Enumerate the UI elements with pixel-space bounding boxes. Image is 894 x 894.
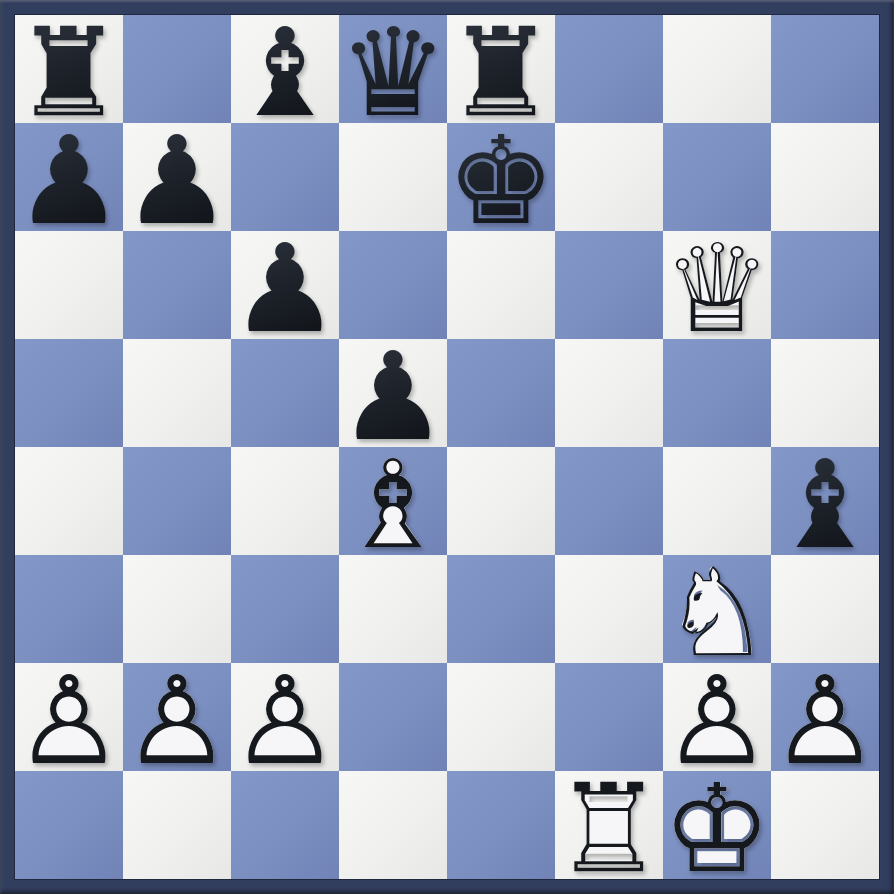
square-b2[interactable]: ♟♙ [123,663,231,771]
square-a8[interactable]: ♜ [15,15,123,123]
square-e3[interactable] [447,555,555,663]
square-c3[interactable] [231,555,339,663]
square-h3[interactable] [771,555,879,663]
square-c8[interactable]: ♝ [231,15,339,123]
square-e4[interactable] [447,447,555,555]
piece-outline-glyph: ♙ [771,667,879,775]
square-h5[interactable] [771,339,879,447]
square-b6[interactable] [123,231,231,339]
piece-outline-glyph: ♖ [555,775,663,883]
black-pawn[interactable]: ♟ [339,339,447,447]
square-b5[interactable] [123,339,231,447]
square-d7[interactable] [339,123,447,231]
piece-fill-glyph: ♛ [339,19,447,127]
square-b3[interactable] [123,555,231,663]
square-d2[interactable] [339,663,447,771]
square-b1[interactable] [123,771,231,879]
square-f7[interactable] [555,123,663,231]
square-c1[interactable] [231,771,339,879]
square-g7[interactable] [663,123,771,231]
square-c6[interactable]: ♟ [231,231,339,339]
square-a5[interactable] [15,339,123,447]
square-b7[interactable]: ♟ [123,123,231,231]
square-e1[interactable] [447,771,555,879]
square-c4[interactable] [231,447,339,555]
black-bishop[interactable]: ♝ [771,447,879,555]
black-bishop[interactable]: ♝ [231,15,339,123]
square-f6[interactable] [555,231,663,339]
square-a1[interactable] [15,771,123,879]
white-queen[interactable]: ♛♕ [663,231,771,339]
square-b4[interactable] [123,447,231,555]
square-c5[interactable] [231,339,339,447]
square-f8[interactable] [555,15,663,123]
black-rook[interactable]: ♜ [447,15,555,123]
white-pawn[interactable]: ♟♙ [15,663,123,771]
piece-outline-glyph: ♔ [663,775,771,883]
square-f3[interactable] [555,555,663,663]
square-e7[interactable]: ♚ [447,123,555,231]
square-g2[interactable]: ♟♙ [663,663,771,771]
white-rook[interactable]: ♜♖ [555,771,663,879]
square-a2[interactable]: ♟♙ [15,663,123,771]
piece-outline-glyph: ♙ [15,667,123,775]
square-d6[interactable] [339,231,447,339]
piece-outline-glyph: ♙ [231,667,339,775]
piece-outline-glyph: ♙ [123,667,231,775]
square-g6[interactable]: ♛♕ [663,231,771,339]
square-g5[interactable] [663,339,771,447]
black-rook[interactable]: ♜ [15,15,123,123]
piece-fill-glyph: ♚ [447,127,555,235]
board-frame: ♜♝♛♜♟♟♚♟♛♕♟♝♗♝♞♘♟♙♟♙♟♙♟♙♟♙♜♖♚♔ [0,0,894,894]
square-h1[interactable] [771,771,879,879]
square-g4[interactable] [663,447,771,555]
square-h2[interactable]: ♟♙ [771,663,879,771]
black-queen[interactable]: ♛ [339,15,447,123]
square-a3[interactable] [15,555,123,663]
square-c7[interactable] [231,123,339,231]
white-pawn[interactable]: ♟♙ [231,663,339,771]
square-a7[interactable]: ♟ [15,123,123,231]
chess-board: ♜♝♛♜♟♟♚♟♛♕♟♝♗♝♞♘♟♙♟♙♟♙♟♙♟♙♜♖♚♔ [15,15,879,879]
square-e6[interactable] [447,231,555,339]
piece-fill-glyph: ♝ [771,451,879,559]
piece-outline-glyph: ♕ [663,235,771,343]
square-a6[interactable] [15,231,123,339]
white-pawn[interactable]: ♟♙ [663,663,771,771]
square-d4[interactable]: ♝♗ [339,447,447,555]
square-h4[interactable]: ♝ [771,447,879,555]
square-f4[interactable] [555,447,663,555]
black-pawn[interactable]: ♟ [15,123,123,231]
piece-fill-glyph: ♝ [231,19,339,127]
white-bishop[interactable]: ♝♗ [339,447,447,555]
square-g8[interactable] [663,15,771,123]
square-f1[interactable]: ♜♖ [555,771,663,879]
white-pawn[interactable]: ♟♙ [771,663,879,771]
square-h8[interactable] [771,15,879,123]
piece-outline-glyph: ♗ [339,451,447,559]
square-c2[interactable]: ♟♙ [231,663,339,771]
square-d5[interactable]: ♟ [339,339,447,447]
square-h7[interactable] [771,123,879,231]
white-knight[interactable]: ♞♘ [663,555,771,663]
square-f5[interactable] [555,339,663,447]
black-king[interactable]: ♚ [447,123,555,231]
piece-fill-glyph: ♟ [15,127,123,235]
square-f2[interactable] [555,663,663,771]
square-e2[interactable] [447,663,555,771]
square-g1[interactable]: ♚♔ [663,771,771,879]
black-pawn[interactable]: ♟ [231,231,339,339]
square-e8[interactable]: ♜ [447,15,555,123]
white-king[interactable]: ♚♔ [663,771,771,879]
square-b8[interactable] [123,15,231,123]
square-g3[interactable]: ♞♘ [663,555,771,663]
square-a4[interactable] [15,447,123,555]
square-d8[interactable]: ♛ [339,15,447,123]
black-pawn[interactable]: ♟ [123,123,231,231]
square-d1[interactable] [339,771,447,879]
piece-fill-glyph: ♟ [231,235,339,343]
piece-fill-glyph: ♟ [123,127,231,235]
white-pawn[interactable]: ♟♙ [123,663,231,771]
square-e5[interactable] [447,339,555,447]
square-h6[interactable] [771,231,879,339]
square-d3[interactable] [339,555,447,663]
